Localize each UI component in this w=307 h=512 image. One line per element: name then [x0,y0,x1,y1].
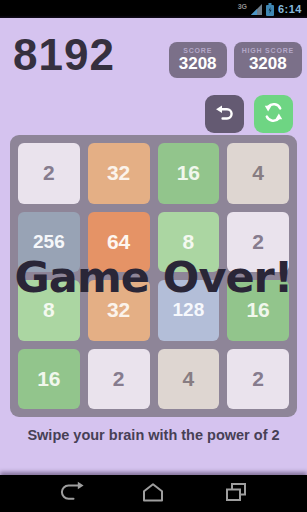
nav-home-button[interactable] [133,479,173,509]
back-icon [58,480,85,507]
tile-r1c4: 4 [227,143,289,204]
tile-r3c2: 32 [88,280,150,341]
game-board[interactable]: 23216425664828321281616242 [10,135,297,417]
tile-r4c3: 4 [158,349,220,410]
board-grid: 23216425664828321281616242 [18,143,289,409]
score-badge: SCORE 3208 [169,42,227,78]
tile-r1c1: 2 [18,143,80,204]
score-value: 3208 [177,54,219,74]
tile-r2c2: 64 [88,212,150,273]
new-game-button[interactable] [254,95,293,133]
tile-r4c2: 2 [88,349,150,410]
refresh-icon [262,101,285,127]
score-badges: SCORE 3208 HIGH SCORE 3208 [169,42,302,78]
nav-back-button[interactable] [51,479,91,509]
status-clock: 6:14 [278,3,302,15]
score-label: SCORE [177,47,219,54]
undo-icon [213,101,236,127]
app-screen: 3G 6:14 8192 SCORE 3208 HIGH SCORE 3208 [0,0,307,512]
high-score-value: 3208 [242,54,294,74]
tile-r4c1: 16 [18,349,80,410]
network-type-label: 3G [238,3,247,10]
toolbar [205,95,293,133]
high-score-label: HIGH SCORE [242,47,294,54]
tile-r1c3: 16 [158,143,220,204]
tile-r2c4: 2 [227,212,289,273]
undo-button[interactable] [205,95,244,133]
tile-r3c1: 8 [18,280,80,341]
app-tagline: Swipe your brain with the power of 2 [0,427,307,443]
signal-strength-icon [251,4,262,15]
high-score-badge: HIGH SCORE 3208 [234,42,302,78]
status-bar: 3G 6:14 [0,0,307,18]
recents-icon [223,480,249,507]
nav-recents-button[interactable] [216,479,256,509]
tile-r3c3: 128 [158,280,220,341]
home-icon [140,480,166,507]
tile-r4c4: 2 [227,349,289,410]
tile-r2c1: 256 [18,212,80,273]
page-title: 8192 [13,33,115,77]
tile-r3c4: 16 [227,280,289,341]
tile-r2c3: 8 [158,212,220,273]
tile-r1c2: 32 [88,143,150,204]
navigation-bar [0,475,307,512]
battery-icon [266,3,274,16]
